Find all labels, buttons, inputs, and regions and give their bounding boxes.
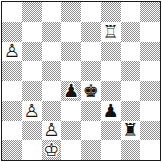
square-c3[interactable] [42,101,62,121]
square-h1[interactable] [140,140,160,160]
square-a8[interactable] [2,2,22,22]
square-f1[interactable] [101,140,121,160]
square-b4[interactable] [22,81,42,101]
square-h8[interactable] [140,2,160,22]
square-b2[interactable] [22,121,42,141]
square-e4[interactable]: ♚ [81,81,101,101]
square-a7[interactable] [2,22,22,42]
square-f5[interactable] [101,61,121,81]
square-d8[interactable] [61,2,81,22]
square-g8[interactable] [121,2,141,22]
square-f8[interactable] [101,2,121,22]
white-king-icon: ♔ [43,141,59,159]
square-h3[interactable] [140,101,160,121]
square-h7[interactable] [140,22,160,42]
square-e3[interactable] [81,101,101,121]
square-g7[interactable] [121,22,141,42]
square-d6[interactable] [61,42,81,62]
square-h6[interactable] [140,42,160,62]
square-h5[interactable] [140,61,160,81]
square-f2[interactable] [101,121,121,141]
square-d7[interactable] [61,22,81,42]
white-king-c1[interactable]: ♚♔ [42,140,62,160]
square-d5[interactable] [61,61,81,81]
square-d3[interactable] [61,101,81,121]
square-c8[interactable] [42,2,62,22]
black-pawn-icon: ♟ [63,82,79,100]
white-rook-f7[interactable]: ♜♖ [101,22,121,42]
square-d1[interactable] [61,140,81,160]
square-g3[interactable] [121,101,141,121]
square-a4[interactable] [2,81,22,101]
square-g5[interactable] [121,61,141,81]
black-pawn-d4[interactable]: ♟ [61,81,81,101]
square-e5[interactable] [81,61,101,81]
square-g1[interactable] [121,140,141,160]
square-h4[interactable] [140,81,160,101]
chess-board: ♜♖♟♙♟♚♟♙♟♟♙♜♚♔ [2,2,160,160]
white-pawn-icon: ♙ [24,102,40,120]
square-b3[interactable]: ♟♙ [22,101,42,121]
square-e7[interactable] [81,22,101,42]
black-rook-icon: ♜ [122,121,138,139]
square-a6[interactable]: ♟♙ [2,42,22,62]
square-a1[interactable] [2,140,22,160]
square-f7[interactable]: ♜♖ [101,22,121,42]
square-g4[interactable] [121,81,141,101]
black-king-e4[interactable]: ♚ [81,81,101,101]
white-pawn-c2[interactable]: ♟♙ [42,121,62,141]
square-d4[interactable]: ♟ [61,81,81,101]
square-b7[interactable] [22,22,42,42]
white-pawn-icon: ♙ [43,121,59,139]
black-king-icon: ♚ [83,82,99,100]
square-c7[interactable] [42,22,62,42]
square-e8[interactable] [81,2,101,22]
square-g2[interactable]: ♜ [121,121,141,141]
square-a3[interactable] [2,101,22,121]
square-b6[interactable] [22,42,42,62]
white-rook-icon: ♖ [103,23,119,41]
black-rook-g2[interactable]: ♜ [121,121,141,141]
square-c1[interactable]: ♚♔ [42,140,62,160]
white-pawn-a6[interactable]: ♟♙ [2,42,22,62]
square-h2[interactable] [140,121,160,141]
square-f3[interactable]: ♟ [101,101,121,121]
square-b1[interactable] [22,140,42,160]
square-c2[interactable]: ♟♙ [42,121,62,141]
white-pawn-icon: ♙ [4,42,20,60]
square-e2[interactable] [81,121,101,141]
white-pawn-b3[interactable]: ♟♙ [22,101,42,121]
square-g6[interactable] [121,42,141,62]
square-c4[interactable] [42,81,62,101]
square-a5[interactable] [2,61,22,81]
square-a2[interactable] [2,121,22,141]
square-c5[interactable] [42,61,62,81]
black-pawn-icon: ♟ [103,102,119,120]
square-b8[interactable] [22,2,42,22]
square-e6[interactable] [81,42,101,62]
black-pawn-f3[interactable]: ♟ [101,101,121,121]
square-d2[interactable] [61,121,81,141]
square-c6[interactable] [42,42,62,62]
square-e1[interactable] [81,140,101,160]
square-f4[interactable] [101,81,121,101]
square-f6[interactable] [101,42,121,62]
square-b5[interactable] [22,61,42,81]
chess-board-frame: ♜♖♟♙♟♚♟♙♟♟♙♜♚♔ [1,1,161,161]
